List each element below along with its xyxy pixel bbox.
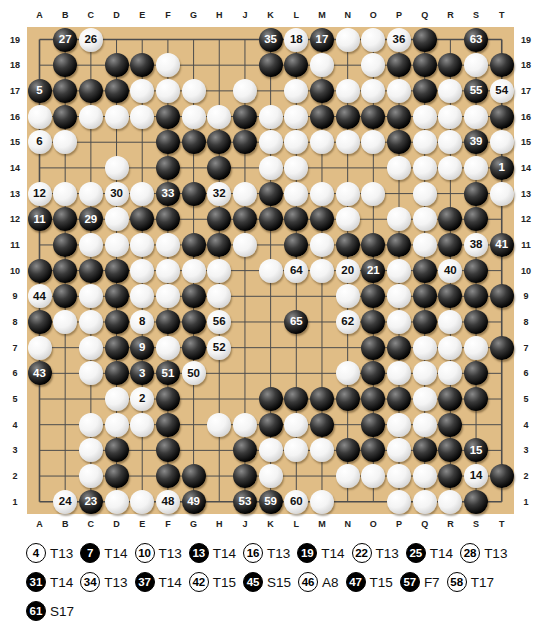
stone-white-O17 <box>361 79 385 103</box>
stone-black-D18 <box>105 53 129 77</box>
caption-move-coord-10: T13 <box>159 546 182 561</box>
stone-white-P17 <box>387 79 411 103</box>
caption-move-number-16: 16 <box>243 543 263 563</box>
coord-label-right-17: 17 <box>521 86 531 96</box>
stone-white-H9 <box>207 284 231 308</box>
caption-move-coord-57: F7 <box>424 575 440 590</box>
stone-white-L16 <box>284 105 308 129</box>
stone-black-Q10 <box>413 259 437 283</box>
stone-white-P8 <box>387 310 411 334</box>
stone-black-B10 <box>53 259 77 283</box>
coord-label-right-6: 6 <box>523 368 528 378</box>
coord-label-top-Q: Q <box>421 10 428 20</box>
coord-label-top-R: R <box>447 10 454 20</box>
stone-white-Q13 <box>413 182 437 206</box>
coord-label-bottom-G: G <box>190 519 197 529</box>
stone-white-C8 <box>79 310 103 334</box>
caption-move-coord-7: T14 <box>104 546 127 561</box>
caption-move-number-57: 57 <box>400 572 420 592</box>
stone-white-F11 <box>156 233 180 257</box>
stone-white-Q4 <box>413 413 437 437</box>
stone-black-R9 <box>438 284 462 308</box>
stone-white-P9 <box>387 284 411 308</box>
stone-black-S3: 15 <box>464 438 488 462</box>
stone-black-M4 <box>310 413 334 437</box>
stone-black-P16 <box>387 105 411 129</box>
stone-black-F8 <box>156 310 180 334</box>
stone-black-P5 <box>387 387 411 411</box>
caption-move-number-47: 47 <box>346 572 366 592</box>
stone-white-A13: 12 <box>28 182 52 206</box>
coord-label-bottom-Q: Q <box>421 519 428 529</box>
stone-white-J17 <box>233 79 257 103</box>
caption-move-coord-25: T14 <box>430 546 453 561</box>
stone-white-E4 <box>130 413 154 437</box>
coord-label-top-T: T <box>499 10 505 20</box>
stone-black-M17 <box>310 79 334 103</box>
caption-move-25: 25T14 <box>406 543 453 563</box>
stone-white-C13 <box>79 182 103 206</box>
coord-label-right-13: 13 <box>521 189 531 199</box>
coord-label-left-9: 9 <box>12 291 17 301</box>
stone-black-S12 <box>464 207 488 231</box>
stone-white-P10 <box>387 259 411 283</box>
stone-black-F16 <box>156 105 180 129</box>
stone-white-H4 <box>207 413 231 437</box>
coord-label-left-15: 15 <box>10 137 20 147</box>
stone-white-P6 <box>387 361 411 385</box>
stone-white-R17 <box>438 79 462 103</box>
stone-black-B18 <box>53 53 77 77</box>
stone-black-J16 <box>233 105 257 129</box>
caption-move-61: 61S17 <box>26 601 74 621</box>
stone-black-J15 <box>233 130 257 154</box>
stone-black-D10 <box>105 259 129 283</box>
stone-white-E8: 8 <box>130 310 154 334</box>
stone-white-M10 <box>310 259 334 283</box>
stone-black-T18 <box>490 53 514 77</box>
stone-black-C17 <box>79 79 103 103</box>
stone-white-K15 <box>259 130 283 154</box>
coord-label-left-12: 12 <box>10 214 20 224</box>
coord-label-right-19: 19 <box>521 35 531 45</box>
stone-white-H8: 56 <box>207 310 231 334</box>
caption-move-number-19: 19 <box>297 543 317 563</box>
stone-black-G1: 49 <box>182 490 206 514</box>
coord-label-right-12: 12 <box>521 214 531 224</box>
stone-black-M19: 17 <box>310 28 334 52</box>
stone-white-P19: 36 <box>387 28 411 52</box>
coord-label-top-N: N <box>344 10 351 20</box>
stone-black-R2 <box>438 464 462 488</box>
stone-white-Q6 <box>413 361 437 385</box>
coord-label-bottom-R: R <box>447 519 454 529</box>
stone-black-G11 <box>182 233 206 257</box>
stone-white-B8 <box>53 310 77 334</box>
stone-black-G15 <box>182 130 206 154</box>
stone-white-C4 <box>79 413 103 437</box>
caption-move-57: 57F7 <box>400 572 440 592</box>
caption-move-coord-4: T13 <box>50 546 73 561</box>
caption-move-45: 45S15 <box>243 572 291 592</box>
caption-move-number-4: 4 <box>26 543 46 563</box>
stone-black-G13 <box>182 182 206 206</box>
stone-white-N8: 62 <box>336 310 360 334</box>
stone-black-S5 <box>464 387 488 411</box>
stone-white-H16 <box>207 105 231 129</box>
stone-white-L19: 18 <box>284 28 308 52</box>
coord-label-top-A: A <box>36 10 43 20</box>
caption-move-28: 28T13 <box>460 543 507 563</box>
caption-move-31: 31T14 <box>26 572 73 592</box>
coord-label-left-11: 11 <box>10 240 20 250</box>
stone-white-C16 <box>79 105 103 129</box>
stone-black-T7 <box>490 336 514 360</box>
stone-white-G6: 50 <box>182 361 206 385</box>
stone-black-P15 <box>387 130 411 154</box>
coord-label-left-3: 3 <box>12 445 17 455</box>
coord-label-bottom-S: S <box>473 519 479 529</box>
stone-white-M11 <box>310 233 334 257</box>
stone-black-B17 <box>53 79 77 103</box>
caption-move-46: 46A8 <box>298 572 339 592</box>
stone-white-D1 <box>105 490 129 514</box>
stone-white-E16 <box>130 105 154 129</box>
stone-white-E1 <box>130 490 154 514</box>
stone-black-E18 <box>130 53 154 77</box>
go-board: 2726351817366355554639112303332112938416… <box>0 0 540 540</box>
stone-black-O9 <box>361 284 385 308</box>
stone-black-K19: 35 <box>259 28 283 52</box>
stone-black-O6 <box>361 361 385 385</box>
caption-move-coord-31: T14 <box>50 575 73 590</box>
stone-black-D17 <box>105 79 129 103</box>
caption-move-number-61: 61 <box>26 601 46 621</box>
caption-move-number-10: 10 <box>135 543 155 563</box>
coord-label-top-C: C <box>88 10 95 20</box>
stone-black-L11 <box>284 233 308 257</box>
stone-white-N9 <box>336 284 360 308</box>
caption-move-number-28: 28 <box>460 543 480 563</box>
stone-white-M15 <box>310 130 334 154</box>
stone-white-E17 <box>130 79 154 103</box>
stone-black-E7: 9 <box>130 336 154 360</box>
stone-black-G2 <box>182 464 206 488</box>
stone-black-P11 <box>387 233 411 257</box>
stone-black-E12 <box>130 207 154 231</box>
caption-move-58: 58T17 <box>447 572 494 592</box>
stone-black-B19: 27 <box>53 28 77 52</box>
coord-label-right-4: 4 <box>523 420 528 430</box>
stone-white-F7 <box>156 336 180 360</box>
stone-black-Q3 <box>413 438 437 462</box>
caption-move-34: 34T13 <box>80 572 127 592</box>
coord-label-bottom-T: T <box>499 519 505 529</box>
caption-move-7: 7T14 <box>80 543 127 563</box>
stone-white-B1: 24 <box>53 490 77 514</box>
stone-black-S17: 55 <box>464 79 488 103</box>
stone-black-T2 <box>490 464 514 488</box>
stone-white-P12 <box>387 207 411 231</box>
stone-black-A12: 11 <box>28 207 52 231</box>
stone-black-N11 <box>336 233 360 257</box>
stone-white-O2 <box>361 464 385 488</box>
stone-white-K10 <box>259 259 283 283</box>
stone-black-J12 <box>233 207 257 231</box>
coord-label-top-K: K <box>267 10 274 20</box>
coord-label-right-18: 18 <box>521 60 531 70</box>
stone-black-T11: 41 <box>490 233 514 257</box>
stone-black-J3 <box>233 438 257 462</box>
stone-black-A10 <box>28 259 52 283</box>
stone-white-O15 <box>361 130 385 154</box>
stone-black-M16 <box>310 105 334 129</box>
stone-black-S15: 39 <box>464 130 488 154</box>
coord-label-left-6: 6 <box>12 368 17 378</box>
stone-black-Q18 <box>413 53 437 77</box>
stone-white-E10 <box>130 259 154 283</box>
coord-label-right-16: 16 <box>521 112 531 122</box>
stone-white-R16 <box>438 105 462 129</box>
stone-black-R5 <box>438 387 462 411</box>
stone-black-B9 <box>53 284 77 308</box>
stone-white-H10 <box>207 259 231 283</box>
stone-white-C19: 26 <box>79 28 103 52</box>
coord-label-top-B: B <box>62 10 69 20</box>
coord-label-bottom-H: H <box>216 519 223 529</box>
stone-white-Q1 <box>413 490 437 514</box>
stone-white-M13 <box>310 182 334 206</box>
caption-move-number-7: 7 <box>80 543 100 563</box>
stone-black-O10: 21 <box>361 259 385 283</box>
stone-black-K13 <box>259 182 283 206</box>
stone-white-A15: 6 <box>28 130 52 154</box>
caption-move-37: 37T14 <box>135 572 182 592</box>
stone-black-D3 <box>105 438 129 462</box>
coord-label-left-16: 16 <box>10 112 20 122</box>
stone-white-P1 <box>387 490 411 514</box>
coord-label-top-E: E <box>139 10 145 20</box>
stone-white-N13 <box>336 182 360 206</box>
coord-label-bottom-M: M <box>318 519 326 529</box>
coord-label-bottom-A: A <box>36 519 43 529</box>
coord-label-left-8: 8 <box>12 317 17 327</box>
caption-move-number-58: 58 <box>447 572 467 592</box>
stone-white-G10 <box>182 259 206 283</box>
stone-white-Q12 <box>413 207 437 231</box>
stone-black-D8 <box>105 310 129 334</box>
stone-white-H13: 32 <box>207 182 231 206</box>
stone-white-S18 <box>464 53 488 77</box>
stone-white-H7: 52 <box>207 336 231 360</box>
stone-white-L3 <box>284 438 308 462</box>
coord-label-left-13: 13 <box>10 189 20 199</box>
stone-white-F18 <box>156 53 180 77</box>
coord-label-left-10: 10 <box>10 266 20 276</box>
coord-label-right-8: 8 <box>523 317 528 327</box>
coord-label-bottom-P: P <box>396 519 402 529</box>
stone-black-F2 <box>156 464 180 488</box>
stone-white-Q2 <box>413 464 437 488</box>
coord-label-bottom-F: F <box>165 519 171 529</box>
coord-label-left-18: 18 <box>10 60 20 70</box>
coord-label-left-14: 14 <box>10 163 20 173</box>
stone-white-M3 <box>310 438 334 462</box>
stone-black-O4 <box>361 413 385 437</box>
stone-white-A7 <box>28 336 52 360</box>
coord-label-right-7: 7 <box>523 343 528 353</box>
stone-white-Q15 <box>413 130 437 154</box>
coord-label-right-3: 3 <box>523 445 528 455</box>
stone-black-R3 <box>438 438 462 462</box>
stone-black-R18 <box>438 53 462 77</box>
stone-white-N17 <box>336 79 360 103</box>
caption-move-22: 22T13 <box>352 543 399 563</box>
stone-white-A9: 44 <box>28 284 52 308</box>
stone-black-O7 <box>361 336 385 360</box>
stone-black-R11 <box>438 233 462 257</box>
stone-black-A8 <box>28 310 52 334</box>
stone-black-N5 <box>336 387 360 411</box>
caption-move-coord-37: T14 <box>159 575 182 590</box>
stone-black-D9 <box>105 284 129 308</box>
stone-white-D16 <box>105 105 129 129</box>
coord-label-left-1: 1 <box>12 497 17 507</box>
stone-white-E5: 2 <box>130 387 154 411</box>
stone-black-D2 <box>105 464 129 488</box>
stone-black-P7 <box>387 336 411 360</box>
stone-black-D7 <box>105 336 129 360</box>
stone-white-T17: 54 <box>490 79 514 103</box>
caption-line-3: 61S17 <box>26 599 532 623</box>
caption-move-number-42: 42 <box>189 572 209 592</box>
stone-white-D4 <box>105 413 129 437</box>
caption-move-number-13: 13 <box>189 543 209 563</box>
stone-black-O16 <box>361 105 385 129</box>
coord-label-bottom-J: J <box>242 519 247 529</box>
stone-white-S2: 14 <box>464 464 488 488</box>
stone-black-B11 <box>53 233 77 257</box>
stone-white-K3 <box>259 438 283 462</box>
caption-move-number-31: 31 <box>26 572 46 592</box>
caption-move-coord-47: T15 <box>370 575 393 590</box>
stone-white-L4 <box>284 413 308 437</box>
stone-white-S16 <box>464 105 488 129</box>
coord-label-right-11: 11 <box>521 240 531 250</box>
stone-white-R15 <box>438 130 462 154</box>
stone-white-K14 <box>259 156 283 180</box>
stone-black-H15 <box>207 130 231 154</box>
stone-white-Q16 <box>413 105 437 129</box>
stone-black-S10 <box>464 259 488 283</box>
coord-label-left-7: 7 <box>12 343 17 353</box>
stone-white-C11 <box>79 233 103 257</box>
caption-move-coord-28: T13 <box>484 546 507 561</box>
caption-move-16: 16T13 <box>243 543 290 563</box>
stone-black-Q8 <box>413 310 437 334</box>
stone-white-L15 <box>284 130 308 154</box>
stone-black-F4 <box>156 413 180 437</box>
coord-label-left-5: 5 <box>12 394 17 404</box>
stone-black-F3 <box>156 438 180 462</box>
stone-white-P4 <box>387 413 411 437</box>
stone-black-R12 <box>438 207 462 231</box>
stone-white-S11: 38 <box>464 233 488 257</box>
stone-black-T9 <box>490 284 514 308</box>
stone-white-T13 <box>490 182 514 206</box>
stone-black-S8 <box>464 310 488 334</box>
stone-black-D6 <box>105 361 129 385</box>
caption-move-coord-58: T17 <box>471 575 494 590</box>
stone-black-A6: 43 <box>28 361 52 385</box>
stone-white-F9 <box>156 284 180 308</box>
stone-black-S9 <box>464 284 488 308</box>
stone-black-C10 <box>79 259 103 283</box>
stone-black-M12 <box>310 207 334 231</box>
stone-white-N19 <box>336 28 360 52</box>
stone-black-Q19 <box>413 28 437 52</box>
stone-black-F14 <box>156 156 180 180</box>
stone-white-F17 <box>156 79 180 103</box>
caption-move-coord-13: T14 <box>213 546 236 561</box>
stone-black-E6: 3 <box>130 361 154 385</box>
stone-white-C7 <box>79 336 103 360</box>
stone-black-C1: 23 <box>79 490 103 514</box>
stone-white-L1: 60 <box>284 490 308 514</box>
stone-white-N15 <box>336 130 360 154</box>
move-caption: 4T137T1410T1313T1416T1319T1422T1325T1428… <box>26 541 532 628</box>
stone-white-G17 <box>182 79 206 103</box>
caption-move-47: 47T15 <box>346 572 393 592</box>
coord-label-bottom-C: C <box>88 519 95 529</box>
stone-black-J2 <box>233 464 257 488</box>
stone-white-D5 <box>105 387 129 411</box>
stone-white-L10: 64 <box>284 259 308 283</box>
stone-white-F1: 48 <box>156 490 180 514</box>
stone-white-R10: 40 <box>438 259 462 283</box>
coord-label-left-2: 2 <box>12 471 17 481</box>
coord-label-left-19: 19 <box>10 35 20 45</box>
stone-black-T14: 1 <box>490 156 514 180</box>
caption-move-19: 19T14 <box>297 543 344 563</box>
stone-black-L5 <box>284 387 308 411</box>
stone-white-A16 <box>28 105 52 129</box>
coord-label-top-S: S <box>473 10 479 20</box>
coord-label-bottom-L: L <box>294 519 300 529</box>
stone-black-R4 <box>438 413 462 437</box>
caption-move-10: 10T13 <box>135 543 182 563</box>
stone-white-G16 <box>182 105 206 129</box>
caption-move-number-45: 45 <box>243 572 263 592</box>
stone-black-K4 <box>259 413 283 437</box>
stone-black-K1: 59 <box>259 490 283 514</box>
stone-white-E13 <box>130 182 154 206</box>
coord-label-bottom-O: O <box>370 519 377 529</box>
stone-white-D13: 30 <box>105 182 129 206</box>
stone-white-L17 <box>284 79 308 103</box>
stone-white-L13 <box>284 182 308 206</box>
caption-move-coord-61: S17 <box>50 604 74 619</box>
stone-white-L14 <box>284 156 308 180</box>
stone-white-P2 <box>387 464 411 488</box>
stone-white-O19 <box>361 28 385 52</box>
stone-white-B13 <box>53 182 77 206</box>
stone-white-N12 <box>336 207 360 231</box>
coord-label-right-5: 5 <box>523 394 528 404</box>
stone-white-J11 <box>233 233 257 257</box>
coord-label-right-14: 14 <box>521 163 531 173</box>
caption-move-coord-19: T14 <box>321 546 344 561</box>
